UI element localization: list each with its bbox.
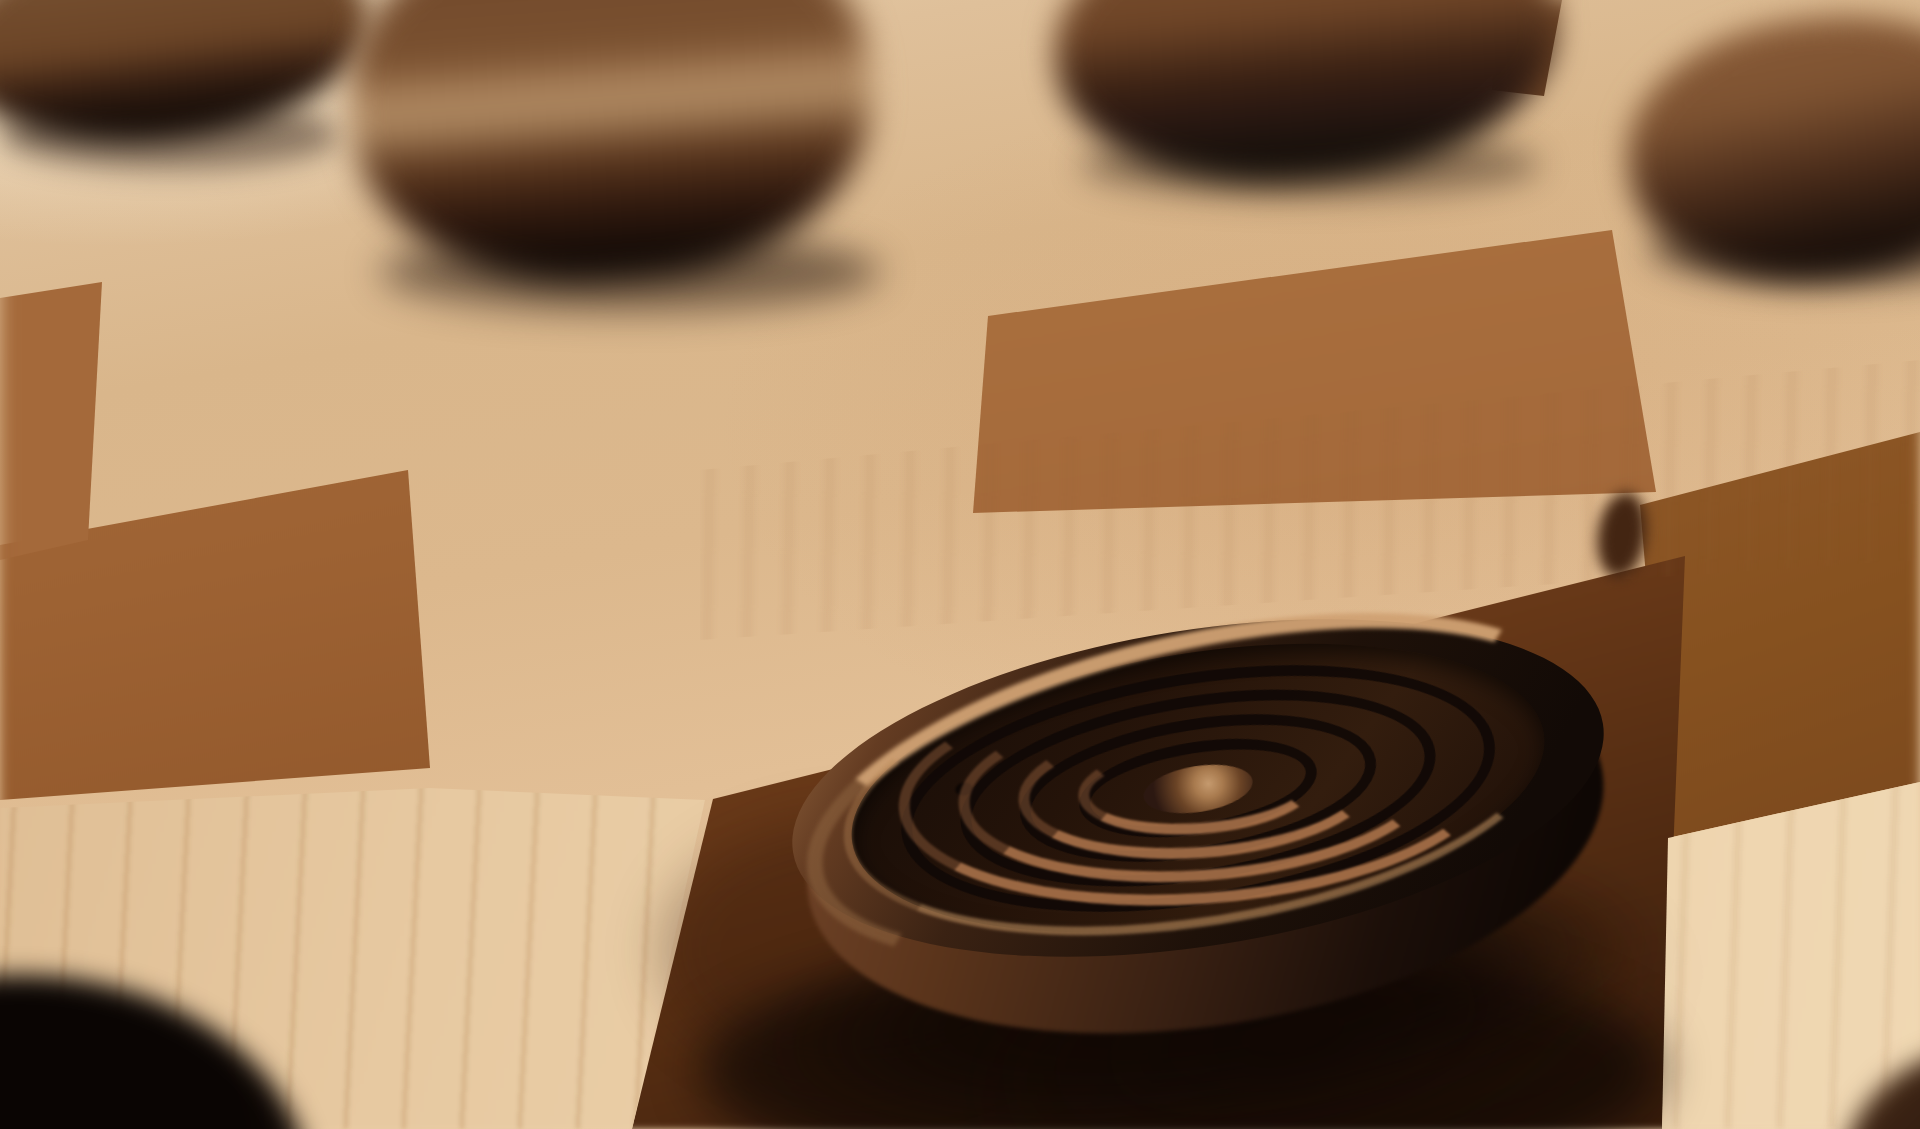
checkers-board-photo — [0, 0, 1920, 1129]
